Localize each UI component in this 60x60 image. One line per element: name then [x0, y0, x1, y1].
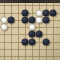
stone-black-c8r2	[50, 9, 57, 16]
stone-black-c7r3	[43, 16, 50, 23]
stone-black-c2r3	[8, 16, 15, 23]
stone-black-c7r6	[43, 38, 50, 45]
stone-black-c7r2	[43, 9, 50, 16]
stone-black-c6r5	[36, 31, 43, 38]
stone-white-c6r2	[36, 9, 43, 16]
stone-black-c4r6	[22, 38, 29, 45]
stone-white-c1r3	[1, 16, 8, 23]
grid-hline-1	[0, 5, 60, 6]
board-top-edge	[0, 0, 60, 3]
stone-black-c4r3	[22, 16, 29, 23]
stone-black-c5r6	[29, 38, 36, 45]
stone-black-c5r3	[29, 16, 36, 23]
stone-white-c1r4	[1, 24, 8, 31]
stone-white-c6r3	[36, 16, 43, 23]
grid-hline-7	[0, 49, 60, 50]
stone-black-c5r5	[29, 31, 36, 38]
grid-hline-8	[0, 56, 60, 57]
go-board-photo	[0, 0, 60, 60]
go-board[interactable]	[0, 0, 60, 60]
stone-white-c5r4	[29, 24, 36, 31]
stone-black-c4r2	[22, 9, 29, 16]
